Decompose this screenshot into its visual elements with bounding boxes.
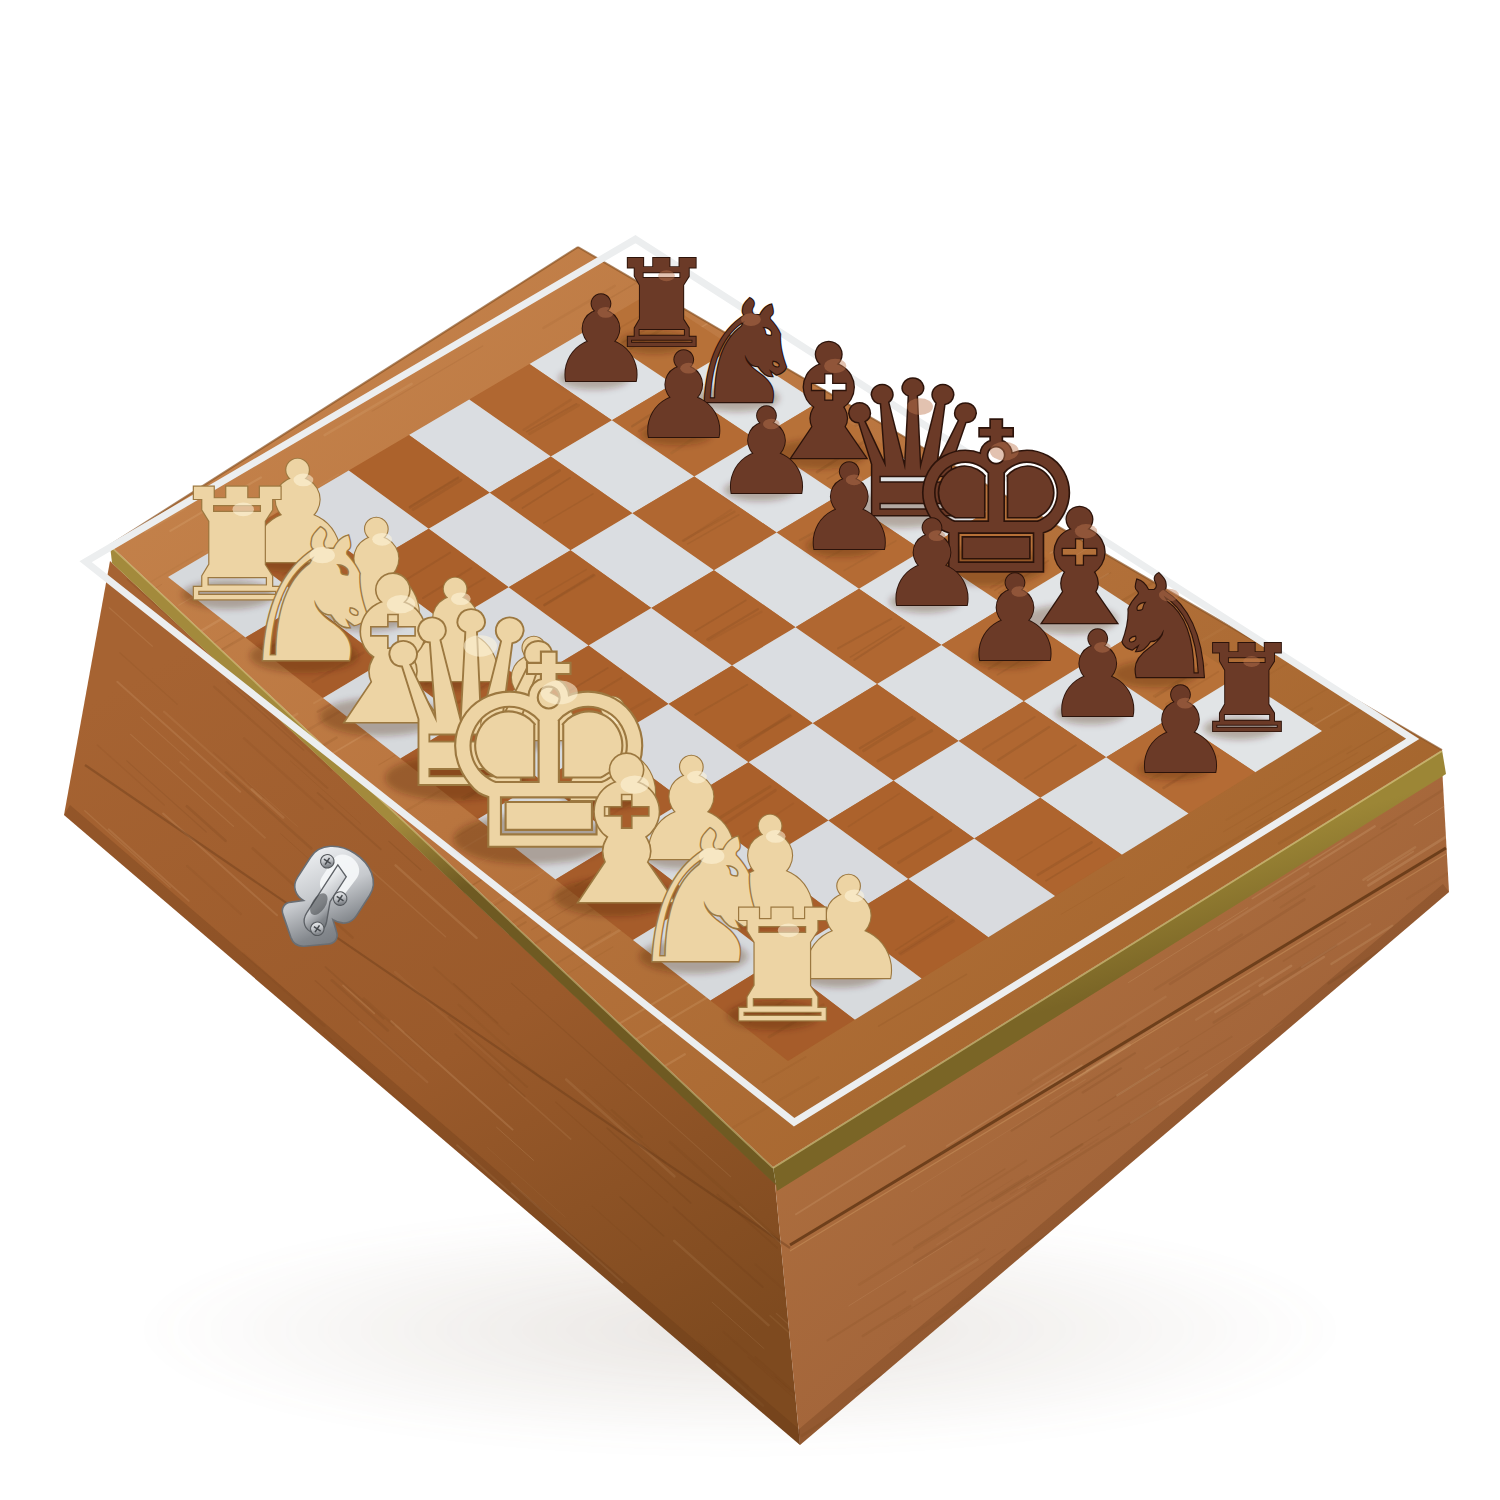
piece-highlight: [1075, 524, 1097, 538]
piece-white-rook-h1[interactable]: ♜: [714, 877, 852, 1056]
piece-highlight: [1159, 589, 1179, 602]
piece-glyph: ♜: [714, 877, 852, 1056]
piece-highlight: [541, 681, 578, 705]
piece-highlight: [763, 419, 780, 430]
piece-glyph: ♟: [1127, 662, 1234, 800]
piece-highlight: [929, 530, 946, 541]
piece-highlight: [846, 474, 863, 485]
piece-highlight: [1011, 586, 1028, 597]
piece-highlight: [621, 775, 649, 793]
piece-highlight: [990, 442, 1019, 461]
chess-box-scene: ♜♟♞♟♝♟♛♟♟♚♜♟♟♝♞♟♞♟♟♝♜♟♟♛♟♚♟♝♟♞♟♜: [0, 0, 1500, 1500]
piece-highlight: [658, 270, 675, 281]
piece-highlight: [1177, 698, 1194, 709]
piece-highlight: [680, 363, 697, 374]
piece-highlight: [1243, 656, 1260, 667]
piece-highlight: [1094, 642, 1111, 653]
product-photo-chess-box: wooden chess gift box with printed board…: [0, 0, 1500, 1500]
piece-highlight: [597, 307, 614, 318]
piece-highlight: [699, 848, 724, 864]
piece-highlight: [778, 924, 800, 938]
piece-black-pawn-h7[interactable]: ♟: [1127, 662, 1234, 800]
